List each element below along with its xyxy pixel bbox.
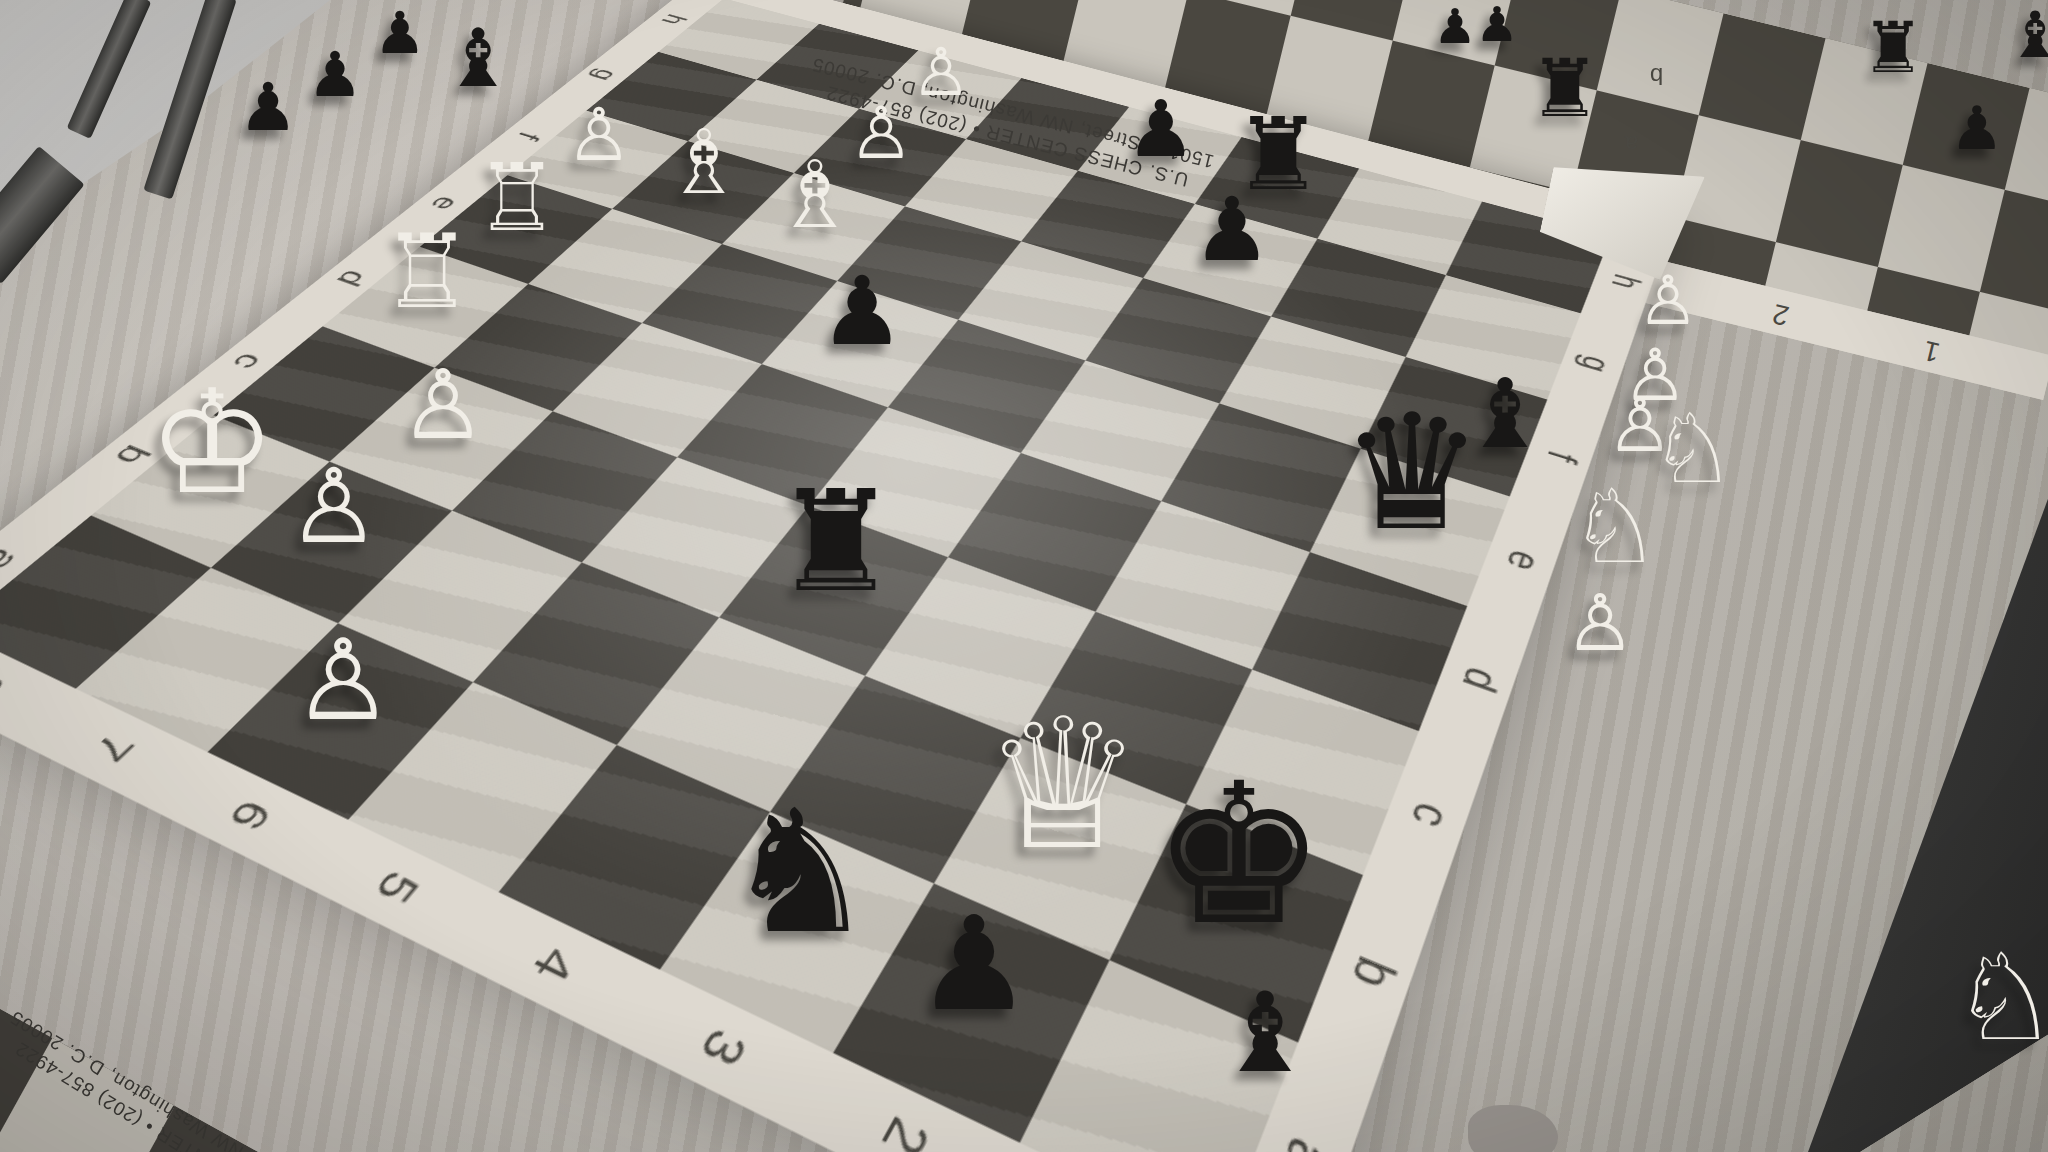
- white-king-b8: ♔: [148, 371, 276, 514]
- file-label: a: [1625, 130, 1638, 158]
- black-pawn-g3: ♟: [1193, 186, 1272, 274]
- file-label: b: [1650, 62, 1663, 90]
- captured-black-pawn: ♟: [374, 4, 426, 62]
- black-pawn-e5: ♟: [819, 264, 904, 359]
- black-pawn-a2: ♟: [916, 899, 1033, 1029]
- captured-white-knight: ♘: [1569, 476, 1660, 578]
- black-pawn-adjacent-board: ♟: [1433, 3, 1476, 51]
- white-pawn-g6: ♙: [849, 97, 914, 169]
- white-bishop-f7: ♗: [664, 118, 744, 207]
- black-king-b1: ♚: [1152, 757, 1327, 952]
- black-queen-e1: ♛: [1340, 393, 1483, 553]
- black-knight-a3: ♞: [724, 787, 876, 957]
- black-bishop-adjacent-board: ♝: [2006, 3, 2048, 67]
- white-rook-e8: ♖: [475, 152, 558, 245]
- black-pawn-adjacent-board: ♟: [1950, 99, 2004, 159]
- white-queen-b2: ♕: [982, 695, 1143, 875]
- white-pawn-f8: ♙: [566, 98, 631, 171]
- black-rook-adjacent-board: ♜: [1862, 13, 1925, 83]
- captured-black-pawn: ♟: [307, 44, 363, 106]
- rank-label: 1: [1913, 332, 1950, 370]
- captured-white-pawn: ♙: [1565, 584, 1635, 662]
- white-pawn-h6: ♙: [911, 39, 970, 105]
- black-rook-adjacent-board: ♜: [1529, 49, 1601, 129]
- captured-white-knight: ♘: [1650, 401, 1736, 497]
- captured-white-knight: ♘: [1951, 937, 2048, 1057]
- white-pawn-b7: ♙: [288, 455, 380, 558]
- black-pawn-h4: ♟: [1126, 90, 1196, 168]
- captured-black-bishop-on-border: ♝: [1216, 978, 1315, 1088]
- hand-blur: [1468, 1105, 1558, 1152]
- white-pawn-c7: ♙: [400, 357, 486, 453]
- white-bishop-f6: ♗: [773, 149, 856, 242]
- photo-canvas: 8 7 6 5 4 3 2 1 b a abcdefgh abcdefgh 87…: [0, 0, 2048, 1152]
- captured-white-pawn: ♙: [1638, 266, 1699, 334]
- black-rook-c4: ♜: [773, 472, 899, 612]
- white-rook-d8: ♖: [381, 221, 472, 323]
- rank-label: 2: [1763, 295, 1800, 333]
- captured-black-bishop: ♝: [442, 19, 514, 99]
- black-pawn-adjacent-board: ♟: [1475, 1, 1518, 49]
- captured-black-pawn: ♟: [238, 74, 297, 140]
- white-pawn-a6: ♙: [293, 625, 393, 737]
